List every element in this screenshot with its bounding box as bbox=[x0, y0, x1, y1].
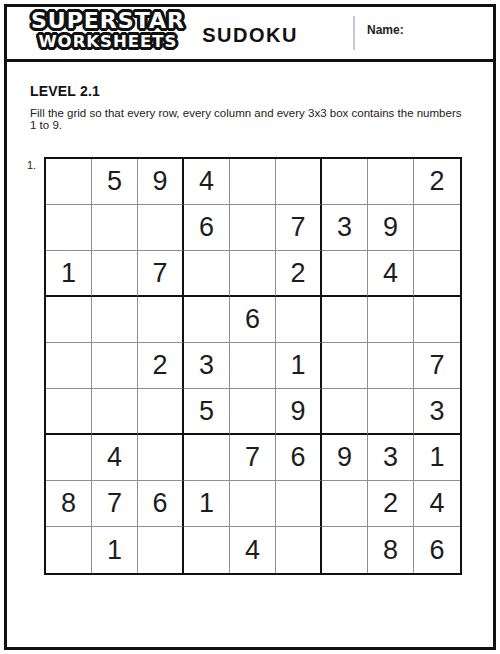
sudoku-cell: 4 bbox=[368, 251, 414, 297]
puzzle-row: 1. 594267391724623175934769318761241486 bbox=[27, 157, 493, 575]
instructions-text: Fill the grid so that every row, every c… bbox=[30, 107, 470, 131]
sudoku-cell: 8 bbox=[46, 481, 92, 527]
sudoku-cell[interactable] bbox=[322, 251, 368, 297]
sudoku-cell[interactable] bbox=[138, 297, 184, 343]
sudoku-cell[interactable] bbox=[414, 297, 460, 343]
sudoku-cell[interactable] bbox=[46, 205, 92, 251]
sudoku-cell[interactable] bbox=[138, 205, 184, 251]
sudoku-cell[interactable] bbox=[230, 159, 276, 205]
sudoku-cell: 3 bbox=[368, 435, 414, 481]
sudoku-cell: 6 bbox=[276, 435, 322, 481]
sudoku-board: 594267391724623175934769318761241486 bbox=[44, 157, 462, 575]
sudoku-cell: 3 bbox=[184, 343, 230, 389]
sudoku-cell[interactable] bbox=[92, 251, 138, 297]
sudoku-cell: 2 bbox=[276, 251, 322, 297]
sudoku-cell[interactable] bbox=[46, 159, 92, 205]
sudoku-cell[interactable] bbox=[230, 205, 276, 251]
sudoku-cell[interactable] bbox=[230, 389, 276, 435]
sudoku-cell[interactable] bbox=[46, 527, 92, 573]
name-input-area[interactable] bbox=[415, 16, 481, 50]
sudoku-cell[interactable] bbox=[138, 389, 184, 435]
sudoku-cell[interactable] bbox=[46, 343, 92, 389]
sudoku-cell[interactable] bbox=[414, 251, 460, 297]
sudoku-cell: 3 bbox=[414, 389, 460, 435]
sudoku-cell[interactable] bbox=[276, 159, 322, 205]
sudoku-cell: 9 bbox=[368, 205, 414, 251]
sudoku-cell[interactable] bbox=[276, 527, 322, 573]
sudoku-cell: 2 bbox=[138, 343, 184, 389]
sudoku-cell: 1 bbox=[46, 251, 92, 297]
sudoku-cell: 9 bbox=[138, 159, 184, 205]
sudoku-cell[interactable] bbox=[368, 389, 414, 435]
sudoku-cell: 6 bbox=[230, 297, 276, 343]
sudoku-cell[interactable] bbox=[322, 389, 368, 435]
level-heading: LEVEL 2.1 bbox=[30, 83, 493, 99]
sudoku-cell[interactable] bbox=[184, 251, 230, 297]
sudoku-cell: 7 bbox=[414, 343, 460, 389]
sudoku-cell[interactable] bbox=[92, 297, 138, 343]
sudoku-cell[interactable] bbox=[46, 389, 92, 435]
sudoku-cell: 4 bbox=[414, 481, 460, 527]
sudoku-cell[interactable] bbox=[322, 527, 368, 573]
header: SUPERSTAR WORKSHEETS SUDOKU Name: bbox=[7, 7, 493, 62]
sudoku-cell: 8 bbox=[368, 527, 414, 573]
sudoku-cell[interactable] bbox=[368, 343, 414, 389]
sudoku-cell: 1 bbox=[184, 481, 230, 527]
sudoku-cell: 9 bbox=[276, 389, 322, 435]
sudoku-cell: 2 bbox=[414, 159, 460, 205]
sudoku-cell[interactable] bbox=[92, 205, 138, 251]
sudoku-cell[interactable] bbox=[92, 389, 138, 435]
sudoku-cell[interactable] bbox=[46, 435, 92, 481]
sudoku-cell[interactable] bbox=[276, 481, 322, 527]
sudoku-cell: 2 bbox=[368, 481, 414, 527]
sudoku-cell[interactable] bbox=[46, 297, 92, 343]
sudoku-cell[interactable] bbox=[138, 435, 184, 481]
sudoku-cell[interactable] bbox=[230, 251, 276, 297]
sudoku-cell[interactable] bbox=[92, 343, 138, 389]
sudoku-cell: 1 bbox=[92, 527, 138, 573]
sudoku-cell[interactable] bbox=[184, 527, 230, 573]
sudoku-cell[interactable] bbox=[414, 205, 460, 251]
sudoku-cell: 1 bbox=[414, 435, 460, 481]
sudoku-cell[interactable] bbox=[184, 435, 230, 481]
sudoku-cell[interactable] bbox=[322, 343, 368, 389]
sudoku-cell[interactable] bbox=[138, 527, 184, 573]
puzzle-number: 1. bbox=[27, 157, 44, 171]
sudoku-cell[interactable] bbox=[368, 297, 414, 343]
sudoku-cell: 4 bbox=[184, 159, 230, 205]
sudoku-cell: 7 bbox=[138, 251, 184, 297]
sudoku-cell: 9 bbox=[322, 435, 368, 481]
content-area: LEVEL 2.1 Fill the grid so that every ro… bbox=[7, 62, 493, 647]
sudoku-cell: 3 bbox=[322, 205, 368, 251]
sudoku-cell: 1 bbox=[276, 343, 322, 389]
sudoku-cell: 6 bbox=[184, 205, 230, 251]
name-label: Name: bbox=[367, 23, 404, 37]
sudoku-cell: 7 bbox=[276, 205, 322, 251]
worksheet-page: SUPERSTAR WORKSHEETS SUDOKU Name: LEVEL … bbox=[4, 4, 496, 650]
sudoku-cell: 7 bbox=[230, 435, 276, 481]
sudoku-cell: 5 bbox=[92, 159, 138, 205]
sudoku-cell: 4 bbox=[230, 527, 276, 573]
name-section: Name: bbox=[353, 16, 485, 50]
sudoku-cell[interactable] bbox=[368, 159, 414, 205]
sudoku-cell[interactable] bbox=[230, 481, 276, 527]
sudoku-cell[interactable] bbox=[276, 297, 322, 343]
sudoku-cell[interactable] bbox=[322, 159, 368, 205]
sudoku-cell[interactable] bbox=[230, 343, 276, 389]
sudoku-cell[interactable] bbox=[322, 297, 368, 343]
sudoku-cell: 5 bbox=[184, 389, 230, 435]
sudoku-cell: 7 bbox=[92, 481, 138, 527]
sudoku-cell: 4 bbox=[92, 435, 138, 481]
sudoku-cell: 6 bbox=[138, 481, 184, 527]
sudoku-cell[interactable] bbox=[322, 481, 368, 527]
sudoku-cell[interactable] bbox=[184, 297, 230, 343]
sudoku-cell: 6 bbox=[414, 527, 460, 573]
